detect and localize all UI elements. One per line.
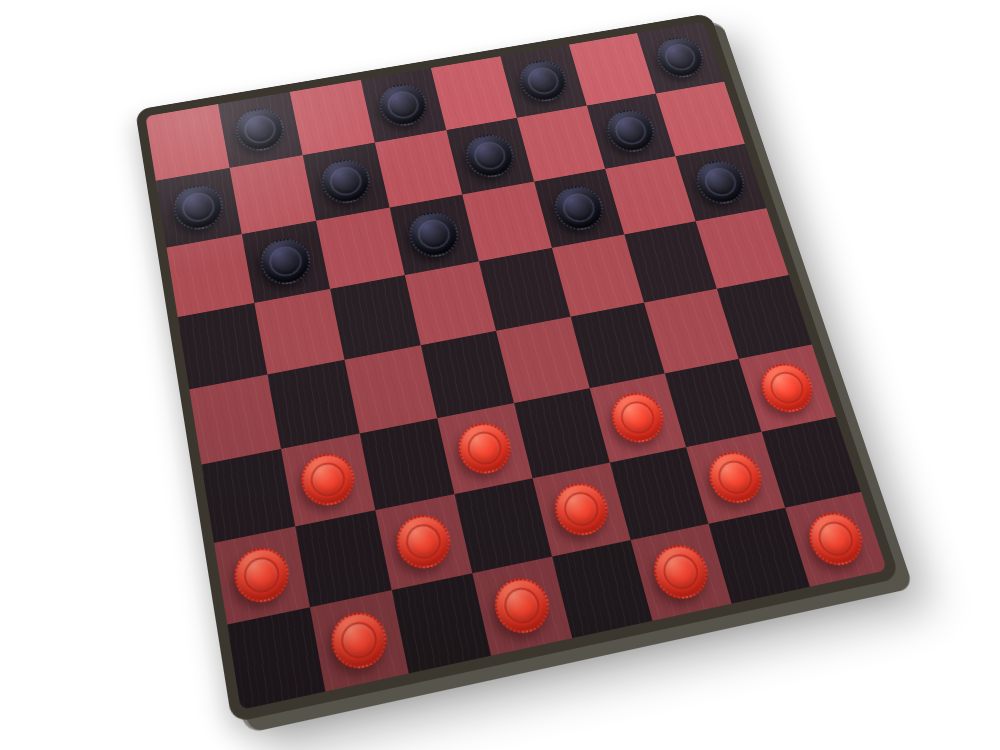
red-checker[interactable] — [606, 388, 670, 447]
square-r8c1[interactable] — [227, 607, 325, 710]
red-checker[interactable] — [453, 418, 516, 478]
black-checker[interactable] — [317, 156, 374, 208]
black-checker[interactable] — [461, 131, 519, 182]
black-checker[interactable] — [691, 157, 751, 208]
black-checker[interactable] — [375, 80, 431, 129]
black-checker[interactable] — [515, 57, 572, 105]
black-checker[interactable] — [549, 182, 608, 234]
red-checker[interactable] — [327, 607, 392, 674]
black-checker[interactable] — [232, 105, 288, 155]
black-checker[interactable] — [257, 234, 315, 288]
red-checker[interactable] — [392, 510, 456, 573]
red-checker[interactable] — [230, 543, 293, 608]
red-checker[interactable] — [489, 573, 555, 638]
red-checker[interactable] — [549, 478, 614, 540]
red-checker[interactable] — [755, 359, 819, 417]
red-checker[interactable] — [297, 449, 359, 510]
black-checker[interactable] — [602, 106, 661, 156]
red-checker[interactable] — [703, 447, 768, 508]
photo-background — [0, 0, 1000, 750]
black-checker[interactable] — [405, 208, 464, 261]
red-checker[interactable] — [648, 540, 715, 604]
black-checker[interactable] — [170, 181, 227, 234]
checkers-board — [135, 13, 900, 723]
checkers-board-grid — [145, 22, 887, 710]
black-checker[interactable] — [652, 34, 710, 81]
red-checker[interactable] — [802, 508, 869, 571]
